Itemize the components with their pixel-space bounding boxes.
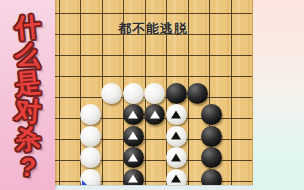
stone-white[interactable]: [144, 83, 165, 104]
stone-white[interactable]: [80, 126, 101, 147]
banner-char: 么: [13, 40, 41, 70]
stone-white[interactable]: [166, 126, 187, 147]
grid-line-v: [231, 0, 232, 185]
triangle-marker: [128, 153, 138, 161]
triangle-marker: [150, 110, 160, 118]
board-caption: 都不能逃脱: [118, 20, 188, 38]
grid-line-v: [59, 0, 60, 185]
banner-char: 杀: [13, 124, 42, 155]
stone-black[interactable]: [123, 126, 144, 147]
stone-black[interactable]: [123, 104, 144, 125]
title-banner: 什 么 是 对 杀 ?: [0, 0, 55, 190]
grid-line-h: [55, 55, 252, 56]
banner-char: 是: [13, 68, 42, 99]
grid-line-h: [55, 76, 252, 77]
banner-char: ?: [18, 152, 36, 181]
triangle-marker: [171, 175, 181, 183]
triangle-marker: [128, 132, 138, 140]
triangle-marker: [128, 110, 138, 118]
triangle-marker: [128, 175, 138, 183]
board-bottom-edge: [55, 185, 252, 190]
stone-black[interactable]: [166, 83, 187, 104]
stone-white[interactable]: [80, 147, 101, 168]
stone-black[interactable]: [187, 83, 208, 104]
stone-black[interactable]: [201, 147, 222, 168]
triangle-marker: [171, 110, 181, 118]
banner-char: 对: [13, 96, 41, 126]
stone-black[interactable]: [201, 126, 222, 147]
triangle-marker: [171, 153, 181, 161]
banner-char: 什: [13, 12, 42, 43]
stone-white[interactable]: [123, 83, 144, 104]
video-frame: 什 么 是 对 杀 ? 都不能逃脱: [0, 0, 304, 190]
stone-white[interactable]: [101, 83, 122, 104]
stone-black[interactable]: [144, 104, 165, 125]
grid-line-h: [55, 13, 252, 14]
triangle-marker: [171, 132, 181, 140]
stone-black[interactable]: [201, 104, 222, 125]
stone-white[interactable]: [166, 147, 187, 168]
stone-white[interactable]: [166, 104, 187, 125]
stone-white[interactable]: [80, 104, 101, 125]
stone-black[interactable]: [123, 147, 144, 168]
